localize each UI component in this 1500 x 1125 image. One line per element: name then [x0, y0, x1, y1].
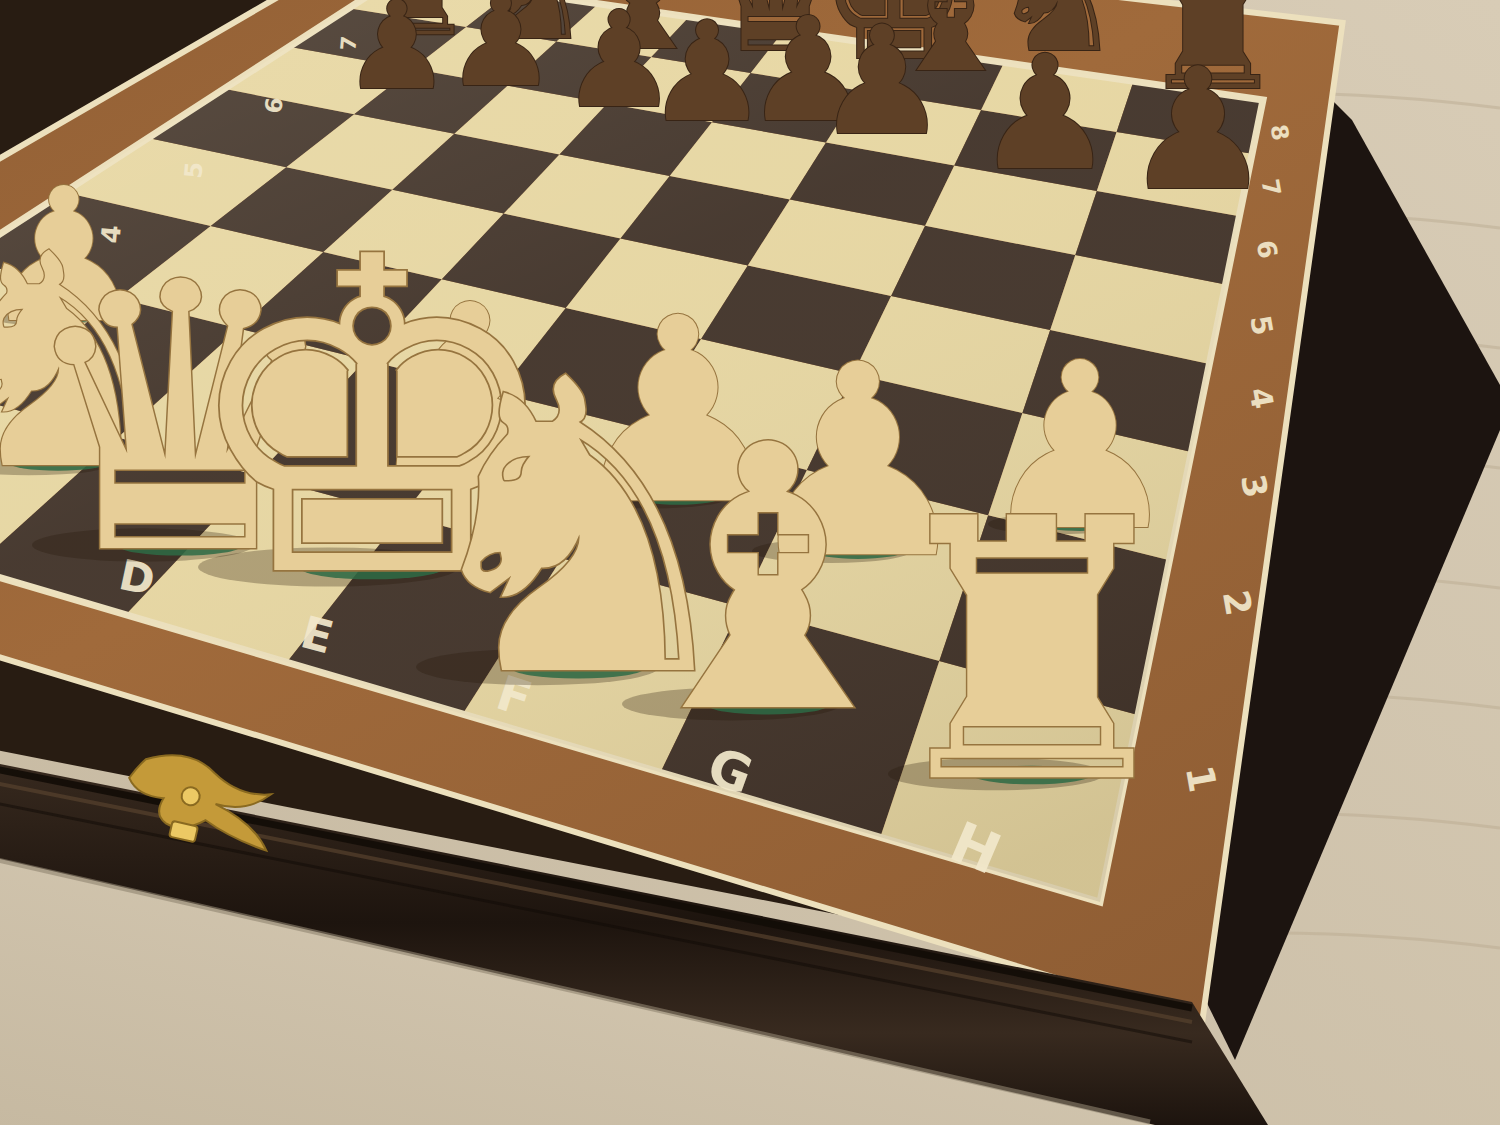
chessboard-svg: A B C D E F G H 1 2 3 4 5 6 7 8 3 4 5 6 …	[0, 0, 1500, 1125]
piece-black-pawn-b7: ♟	[445, 0, 558, 115]
piece-black-pawn-a7: ♟	[342, 0, 451, 117]
piece-black-pawn-f7: ♟	[815, 0, 949, 168]
chess-board-photo: A B C D E F G H 1 2 3 4 5 6 7 8 3 4 5 6 …	[0, 0, 1500, 1125]
piece-black-pawn-g7: ♟	[974, 21, 1116, 205]
piece-white-rook-h1: ♜	[871, 443, 1194, 862]
label-rank-left-6: 6	[260, 96, 287, 114]
piece-black-pawn-h7: ♟	[1123, 32, 1274, 228]
